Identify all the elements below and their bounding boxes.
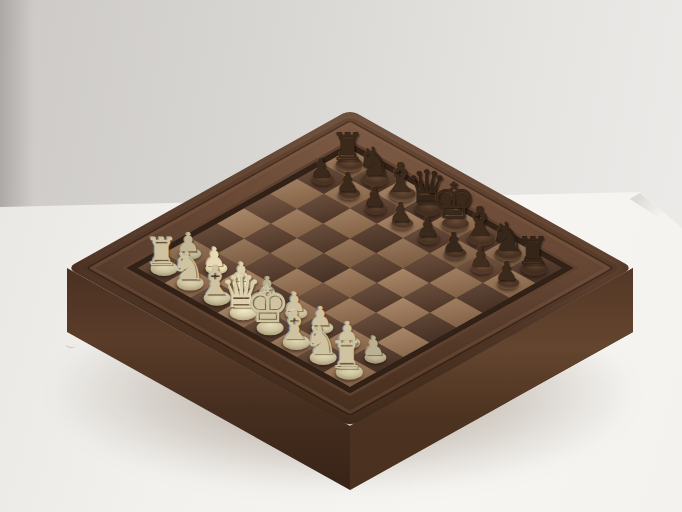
black-pawn: ♟ — [362, 185, 385, 210]
black-pawn: ♟ — [309, 156, 332, 181]
black-pawn: ♟ — [442, 230, 465, 255]
black-rook: ♜ — [516, 233, 550, 269]
black-pawn: ♟ — [495, 260, 518, 285]
scene: ♜♞♝♛♚♝♞♜♟♟♟♟♟♟♟♟♟♟♟♟♟♟♟♟♜♞♝♛♚♝♞♜ — [0, 0, 682, 512]
white-rook: ♜ — [330, 337, 364, 373]
white-pawn: ♟ — [362, 334, 385, 359]
black-pawn: ♟ — [389, 200, 412, 225]
black-pawn: ♟ — [336, 171, 359, 196]
black-pawn: ♟ — [415, 215, 438, 240]
black-pawn: ♟ — [468, 245, 491, 270]
